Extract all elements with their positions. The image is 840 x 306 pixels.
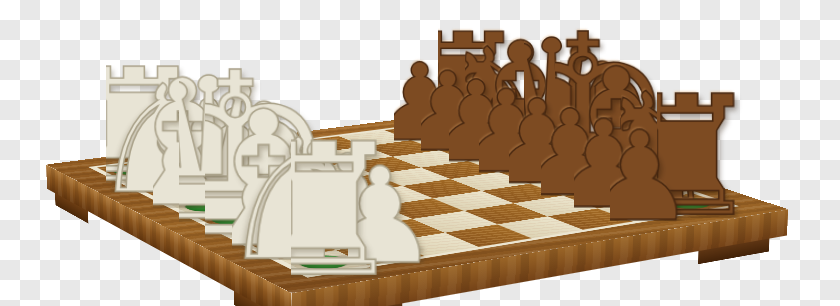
- green-felt-base: [465, 130, 519, 142]
- square-a8: ♜: [428, 119, 499, 134]
- chess-board: ♜♞♝♛♚♝♞♜♟♟♟♟♟♟♟♟♟♟♟♟♟♟♟♟♜♞♝♛♚♝♞♜: [46, 109, 788, 293]
- board-foot: [234, 291, 280, 306]
- piece-black-knight-b8: ♞: [465, 30, 517, 166]
- square-c7: ♟: [439, 144, 514, 161]
- piece-black-pawn-c7: ♟: [449, 66, 503, 177]
- piece-black-rook-a8: ♜: [438, 15, 489, 158]
- green-felt-base: [448, 146, 503, 158]
- piece-cast-shadow: [440, 117, 519, 133]
- green-felt-base: [437, 121, 489, 132]
- piece-cast-shadow: [396, 123, 476, 139]
- square-h1: ♜: [279, 250, 368, 275]
- transparent-checker-background: ♜♞♝♛♚♝♞♜♟♟♟♟♟♟♟♟♟♟♟♟♟♟♟♟♜♞♝♛♚♝♞♜: [0, 0, 840, 306]
- chess-board-wrapper: ♜♞♝♛♚♝♞♜♟♟♟♟♟♟♟♟♟♟♟♟♟♟♟♟♜♞♝♛♚♝♞♜: [132, 0, 672, 306]
- piece-black-pawn-h7: ♟: [609, 115, 669, 238]
- square-h7: ♟: [597, 201, 682, 222]
- board-foot: [698, 239, 769, 265]
- board-foot: [55, 193, 88, 224]
